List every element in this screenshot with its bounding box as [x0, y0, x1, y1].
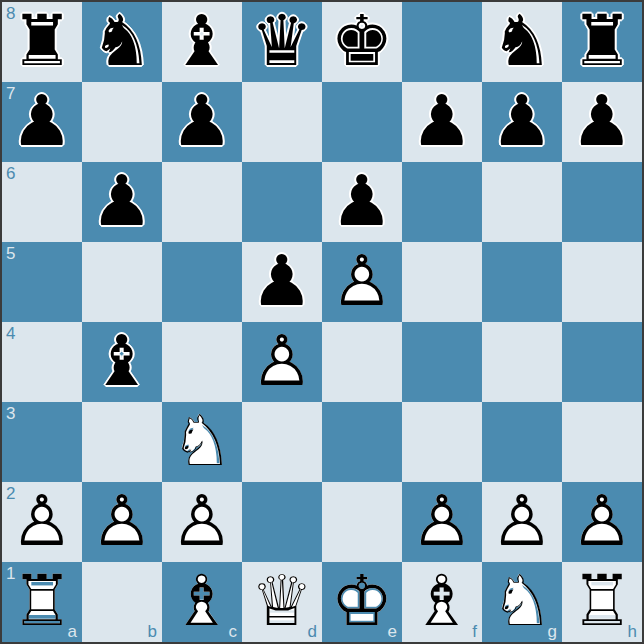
square-c2[interactable]: ♟♙ [162, 482, 242, 562]
piece-white-pawn[interactable]: ♟♙ [2, 482, 82, 562]
piece-glyph-outline: ♘ [482, 562, 562, 642]
square-c5[interactable] [162, 242, 242, 322]
piece-white-pawn[interactable]: ♟♙ [402, 482, 482, 562]
piece-white-rook[interactable]: ♜♖ [2, 562, 82, 642]
piece-glyph-outline: ♕ [242, 562, 322, 642]
square-e2[interactable] [322, 482, 402, 562]
square-a7[interactable]: 7♟ [2, 82, 82, 162]
square-a2[interactable]: 2♟♙ [2, 482, 82, 562]
square-a6[interactable]: 6 [2, 162, 82, 242]
piece-white-rook[interactable]: ♜♖ [562, 562, 642, 642]
square-f5[interactable] [402, 242, 482, 322]
square-f2[interactable]: ♟♙ [402, 482, 482, 562]
piece-glyph-outline: ♗ [402, 562, 482, 642]
square-h5[interactable] [562, 242, 642, 322]
piece-black-knight[interactable]: ♞ [482, 2, 562, 82]
piece-glyph-outline: ♙ [82, 482, 162, 562]
square-c8[interactable]: ♝ [162, 2, 242, 82]
chess-board: 8♜♞♝♛♚♞♜7♟♟♟♟♟6♟♟5♟♟♙4♝♟♙3♞♘2♟♙♟♙♟♙♟♙♟♙♟… [2, 2, 642, 642]
square-h6[interactable] [562, 162, 642, 242]
piece-black-pawn[interactable]: ♟ [242, 242, 322, 322]
rank-label: 4 [6, 325, 15, 342]
piece-glyph-outline: ♙ [242, 322, 322, 402]
piece-glyph-outline: ♘ [162, 402, 242, 482]
piece-white-pawn[interactable]: ♟♙ [562, 482, 642, 562]
piece-white-knight[interactable]: ♞♘ [482, 562, 562, 642]
piece-white-queen[interactable]: ♛♕ [242, 562, 322, 642]
piece-black-pawn[interactable]: ♟ [2, 82, 82, 162]
square-b6[interactable]: ♟ [82, 162, 162, 242]
piece-white-pawn[interactable]: ♟♙ [82, 482, 162, 562]
square-g6[interactable] [482, 162, 562, 242]
piece-glyph-outline: ♖ [2, 562, 82, 642]
square-g1[interactable]: g♞♘ [482, 562, 562, 642]
square-d3[interactable] [242, 402, 322, 482]
piece-white-pawn[interactable]: ♟♙ [482, 482, 562, 562]
square-b1[interactable]: b [82, 562, 162, 642]
square-g7[interactable]: ♟ [482, 82, 562, 162]
square-b2[interactable]: ♟♙ [82, 482, 162, 562]
board-frame: 8♜♞♝♛♚♞♜7♟♟♟♟♟6♟♟5♟♟♙4♝♟♙3♞♘2♟♙♟♙♟♙♟♙♟♙♟… [0, 0, 644, 644]
square-f6[interactable] [402, 162, 482, 242]
square-h7[interactable]: ♟ [562, 82, 642, 162]
square-h4[interactable] [562, 322, 642, 402]
square-d5[interactable]: ♟ [242, 242, 322, 322]
square-c4[interactable] [162, 322, 242, 402]
piece-glyph-outline: ♔ [322, 562, 402, 642]
square-d4[interactable]: ♟♙ [242, 322, 322, 402]
square-c3[interactable]: ♞♘ [162, 402, 242, 482]
piece-glyph-outline: ♙ [2, 482, 82, 562]
square-b4[interactable]: ♝ [82, 322, 162, 402]
piece-black-pawn[interactable]: ♟ [562, 82, 642, 162]
piece-black-pawn[interactable]: ♟ [162, 82, 242, 162]
square-a8[interactable]: 8♜ [2, 2, 82, 82]
piece-glyph-outline: ♖ [562, 562, 642, 642]
square-d6[interactable] [242, 162, 322, 242]
square-e3[interactable] [322, 402, 402, 482]
piece-black-pawn[interactable]: ♟ [322, 162, 402, 242]
square-g5[interactable] [482, 242, 562, 322]
square-d7[interactable] [242, 82, 322, 162]
square-b7[interactable] [82, 82, 162, 162]
square-g2[interactable]: ♟♙ [482, 482, 562, 562]
square-a5[interactable]: 5 [2, 242, 82, 322]
square-g8[interactable]: ♞ [482, 2, 562, 82]
piece-white-knight[interactable]: ♞♘ [162, 402, 242, 482]
square-e8[interactable]: ♚ [322, 2, 402, 82]
square-d1[interactable]: d♛♕ [242, 562, 322, 642]
square-b3[interactable] [82, 402, 162, 482]
square-e6[interactable]: ♟ [322, 162, 402, 242]
piece-black-pawn[interactable]: ♟ [82, 162, 162, 242]
square-d8[interactable]: ♛ [242, 2, 322, 82]
piece-black-pawn[interactable]: ♟ [402, 82, 482, 162]
square-f8[interactable] [402, 2, 482, 82]
piece-black-rook[interactable]: ♜ [562, 2, 642, 82]
square-e7[interactable] [322, 82, 402, 162]
square-e5[interactable]: ♟♙ [322, 242, 402, 322]
piece-black-queen[interactable]: ♛ [242, 2, 322, 82]
piece-glyph-outline: ♗ [162, 562, 242, 642]
square-f4[interactable] [402, 322, 482, 402]
square-c7[interactable]: ♟ [162, 82, 242, 162]
piece-white-pawn[interactable]: ♟♙ [242, 322, 322, 402]
piece-white-pawn[interactable]: ♟♙ [322, 242, 402, 322]
square-d2[interactable] [242, 482, 322, 562]
piece-black-pawn[interactable]: ♟ [482, 82, 562, 162]
piece-white-pawn[interactable]: ♟♙ [162, 482, 242, 562]
piece-black-bishop[interactable]: ♝ [82, 322, 162, 402]
piece-black-rook[interactable]: ♜ [2, 2, 82, 82]
square-h3[interactable] [562, 402, 642, 482]
square-c1[interactable]: c♝♗ [162, 562, 242, 642]
piece-white-bishop[interactable]: ♝♗ [162, 562, 242, 642]
square-c6[interactable] [162, 162, 242, 242]
piece-black-knight[interactable]: ♞ [82, 2, 162, 82]
piece-glyph-outline: ♙ [162, 482, 242, 562]
rank-label: 3 [6, 405, 15, 422]
square-f3[interactable] [402, 402, 482, 482]
square-g3[interactable] [482, 402, 562, 482]
square-f1[interactable]: f♝♗ [402, 562, 482, 642]
piece-glyph-outline: ♙ [322, 242, 402, 322]
square-a4[interactable]: 4 [2, 322, 82, 402]
square-e1[interactable]: e♚♔ [322, 562, 402, 642]
piece-white-bishop[interactable]: ♝♗ [402, 562, 482, 642]
square-b5[interactable] [82, 242, 162, 322]
square-h1[interactable]: h♜♖ [562, 562, 642, 642]
square-a1[interactable]: 1a♜♖ [2, 562, 82, 642]
piece-glyph-outline: ♙ [562, 482, 642, 562]
piece-glyph-outline: ♙ [402, 482, 482, 562]
piece-black-bishop[interactable]: ♝ [162, 2, 242, 82]
rank-label: 6 [6, 165, 15, 182]
piece-white-king[interactable]: ♚♔ [322, 562, 402, 642]
square-e4[interactable] [322, 322, 402, 402]
piece-glyph-outline: ♙ [482, 482, 562, 562]
square-h2[interactable]: ♟♙ [562, 482, 642, 562]
file-label: b [148, 623, 157, 640]
square-b8[interactable]: ♞ [82, 2, 162, 82]
rank-label: 5 [6, 245, 15, 262]
square-h8[interactable]: ♜ [562, 2, 642, 82]
square-f7[interactable]: ♟ [402, 82, 482, 162]
piece-black-king[interactable]: ♚ [322, 2, 402, 82]
square-a3[interactable]: 3 [2, 402, 82, 482]
square-g4[interactable] [482, 322, 562, 402]
